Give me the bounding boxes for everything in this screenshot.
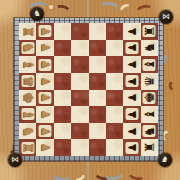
- square-r2c8[interactable]: ♞: [141, 40, 158, 57]
- square-r4c4[interactable]: [71, 73, 88, 90]
- piece-wP[interactable]: ♟: [39, 91, 52, 105]
- square-r6c6[interactable]: [106, 106, 123, 123]
- black-r-glyph: ♜: [143, 142, 156, 154]
- white-n-glyph: ♞: [21, 42, 34, 54]
- square-r2c2[interactable]: ♟: [36, 40, 53, 57]
- white-p-glyph: ♟: [39, 43, 52, 53]
- piece-bP[interactable]: ♟: [125, 74, 138, 88]
- black-p-glyph: ♟: [125, 143, 138, 153]
- black-p-glyph: ♟: [125, 76, 138, 86]
- square-r7c1[interactable]: ♞: [19, 123, 36, 140]
- square-r6c7[interactable]: ♟: [123, 106, 140, 123]
- piece-bP[interactable]: ♟: [125, 24, 138, 38]
- black-r-glyph: ♜: [143, 25, 156, 37]
- piece-bK[interactable]: ♚: [143, 91, 156, 105]
- white-p-glyph: ♟: [39, 60, 52, 70]
- white-k-glyph: ♚: [21, 92, 34, 104]
- square-r2c4[interactable]: [71, 40, 88, 57]
- square-r3c2[interactable]: ♟: [36, 56, 53, 73]
- fold-seam: [87, 0, 89, 19]
- white-p-glyph: ♟: [39, 26, 52, 36]
- square-r4c2[interactable]: ♟: [36, 73, 53, 90]
- square-r5c7[interactable]: ♟: [123, 90, 140, 107]
- square-r8c8[interactable]: ♜: [141, 139, 158, 156]
- square-r2c5[interactable]: [89, 40, 106, 57]
- square-r1c1[interactable]: ♜: [19, 23, 36, 40]
- white-p-glyph: ♟: [39, 110, 52, 120]
- black-p-glyph: ♟: [125, 43, 138, 53]
- square-r1c4[interactable]: [71, 23, 88, 40]
- piece-bN[interactable]: ♞: [143, 124, 156, 138]
- piece-bP[interactable]: ♟: [125, 58, 138, 72]
- square-r6c5[interactable]: [89, 106, 106, 123]
- square-r6c3[interactable]: [54, 106, 71, 123]
- piece-bN[interactable]: ♞: [143, 41, 156, 55]
- medallion-bowtie-icon: ⋈: [8, 153, 22, 167]
- leaf-ornament: [161, 52, 180, 68]
- square-r6c1[interactable]: ♝: [19, 106, 36, 123]
- piece-wP[interactable]: ♟: [39, 107, 52, 121]
- piece-wN[interactable]: ♞: [21, 41, 34, 55]
- square-r4c6[interactable]: [106, 73, 123, 90]
- square-r1c3[interactable]: [54, 23, 71, 40]
- square-r3c6[interactable]: [106, 56, 123, 73]
- square-r7c3[interactable]: [54, 123, 71, 140]
- square-r8c4[interactable]: [71, 139, 88, 156]
- black-p-glyph: ♟: [125, 110, 138, 120]
- square-r2c1[interactable]: ♞: [19, 40, 36, 57]
- square-r8c6[interactable]: [106, 139, 123, 156]
- piece-wK[interactable]: ♚: [21, 91, 34, 105]
- photo-glare: [70, 88, 120, 102]
- piece-wQ[interactable]: ♛: [21, 74, 34, 88]
- white-r-glyph: ♜: [21, 25, 34, 37]
- square-r5c2[interactable]: ♟: [36, 90, 53, 107]
- square-r7c2[interactable]: ♟: [36, 123, 53, 140]
- piece-bQ[interactable]: ♛: [143, 74, 156, 88]
- square-r7c8[interactable]: ♞: [141, 123, 158, 140]
- piece-bP[interactable]: ♟: [125, 107, 138, 121]
- piece-bP[interactable]: ♟: [125, 124, 138, 138]
- black-p-glyph: ♟: [125, 93, 138, 103]
- square-r4c1[interactable]: ♛: [19, 73, 36, 90]
- piece-wP[interactable]: ♟: [39, 124, 52, 138]
- white-q-glyph: ♛: [21, 75, 34, 87]
- white-p-glyph: ♟: [39, 93, 52, 103]
- fold-seam: [87, 160, 89, 180]
- leaf-ornament: [54, 3, 71, 16]
- medallion-knight-icon: ♞: [30, 7, 44, 21]
- square-r6c2[interactable]: ♟: [36, 106, 53, 123]
- black-n-glyph: ♞: [143, 125, 156, 137]
- scroll-ornament: [98, 1, 121, 17]
- piece-wN[interactable]: ♞: [21, 124, 34, 138]
- black-b-glyph: ♝: [143, 109, 156, 121]
- black-p-glyph: ♟: [125, 126, 138, 136]
- square-r8c1[interactable]: ♜: [19, 139, 36, 156]
- leaf-ornament: [135, 3, 154, 17]
- black-k-glyph: ♚: [143, 92, 156, 104]
- square-r4c3[interactable]: [54, 73, 71, 90]
- chess-board-photo: ♜♟♟♜♞♟♟♞♝♟♟♝♛♟♟♛♚♟♟♚♝♟♟♝♞♟♟♞♜♟♟♜ ♞ ⋈ ⋈ ♞: [0, 0, 180, 180]
- piece-bP[interactable]: ♟: [125, 41, 138, 55]
- white-p-glyph: ♟: [39, 126, 52, 136]
- leaf-ornament: [127, 167, 146, 180]
- square-r2c7[interactable]: ♟: [123, 40, 140, 57]
- leaf-ornament: [168, 79, 180, 92]
- piece-wR[interactable]: ♜: [21, 24, 34, 38]
- square-r1c2[interactable]: ♟: [36, 23, 53, 40]
- square-r8c3[interactable]: [54, 139, 71, 156]
- square-r4c5[interactable]: [89, 73, 106, 90]
- square-r6c4[interactable]: [71, 106, 88, 123]
- piece-bB[interactable]: ♝: [143, 107, 156, 121]
- square-r8c5[interactable]: [89, 139, 106, 156]
- white-p-glyph: ♟: [39, 143, 52, 153]
- square-r3c1[interactable]: ♝: [19, 56, 36, 73]
- piece-bR[interactable]: ♜: [143, 24, 156, 38]
- square-r2c6[interactable]: [106, 40, 123, 57]
- white-b-glyph: ♝: [21, 109, 34, 121]
- square-r4c7[interactable]: ♟: [123, 73, 140, 90]
- square-r3c7[interactable]: ♟: [123, 56, 140, 73]
- black-q-glyph: ♛: [143, 75, 156, 87]
- square-r3c3[interactable]: [54, 56, 71, 73]
- square-r1c6[interactable]: [106, 23, 123, 40]
- scroll-ornament: [118, 2, 136, 20]
- piece-bR[interactable]: ♜: [143, 141, 156, 155]
- scroll-ornament: [51, 167, 72, 180]
- piece-bB[interactable]: ♝: [143, 58, 156, 72]
- square-r8c2[interactable]: ♟: [36, 139, 53, 156]
- square-r2c3[interactable]: [54, 40, 71, 57]
- square-r3c5[interactable]: [89, 56, 106, 73]
- square-r3c8[interactable]: ♝: [141, 56, 158, 73]
- black-p-glyph: ♟: [125, 60, 138, 70]
- square-r7c7[interactable]: ♟: [123, 123, 140, 140]
- square-r6c8[interactable]: ♝: [141, 106, 158, 123]
- square-r7c6[interactable]: [106, 123, 123, 140]
- white-b-glyph: ♝: [21, 59, 34, 71]
- black-b-glyph: ♝: [143, 59, 156, 71]
- piece-bP[interactable]: ♟: [125, 141, 138, 155]
- black-p-glyph: ♟: [125, 26, 138, 36]
- square-r1c5[interactable]: [89, 23, 106, 40]
- piece-bP[interactable]: ♟: [125, 91, 138, 105]
- piece-wP[interactable]: ♟: [39, 58, 52, 72]
- square-r5c3[interactable]: [54, 90, 71, 107]
- scroll-ornament: [70, 166, 88, 180]
- square-r5c8[interactable]: ♚: [141, 90, 158, 107]
- white-n-glyph: ♞: [21, 125, 34, 137]
- piece-wP[interactable]: ♟: [39, 24, 52, 38]
- square-r5c1[interactable]: ♚: [19, 90, 36, 107]
- square-r3c4[interactable]: [71, 56, 88, 73]
- black-n-glyph: ♞: [143, 42, 156, 54]
- square-r1c7[interactable]: ♟: [123, 23, 140, 40]
- medallion-bowtie-icon: ⋈: [159, 10, 173, 24]
- medallion-knight-icon: ♞: [158, 153, 172, 167]
- scroll-ornament: [102, 166, 124, 180]
- piece-wR[interactable]: ♜: [21, 141, 34, 155]
- piece-wP[interactable]: ♟: [39, 74, 52, 88]
- inlay-dot: [49, 5, 53, 9]
- square-r1c8[interactable]: ♜: [141, 23, 158, 40]
- piece-wB[interactable]: ♝: [21, 58, 34, 72]
- square-r8c7[interactable]: ♟: [123, 139, 140, 156]
- piece-wP[interactable]: ♟: [39, 141, 52, 155]
- square-r7c4[interactable]: [71, 123, 88, 140]
- square-r4c8[interactable]: ♛: [141, 73, 158, 90]
- square-r7c5[interactable]: [89, 123, 106, 140]
- white-r-glyph: ♜: [21, 142, 34, 154]
- piece-wB[interactable]: ♝: [21, 107, 34, 121]
- white-p-glyph: ♟: [39, 76, 52, 86]
- piece-wP[interactable]: ♟: [39, 41, 52, 55]
